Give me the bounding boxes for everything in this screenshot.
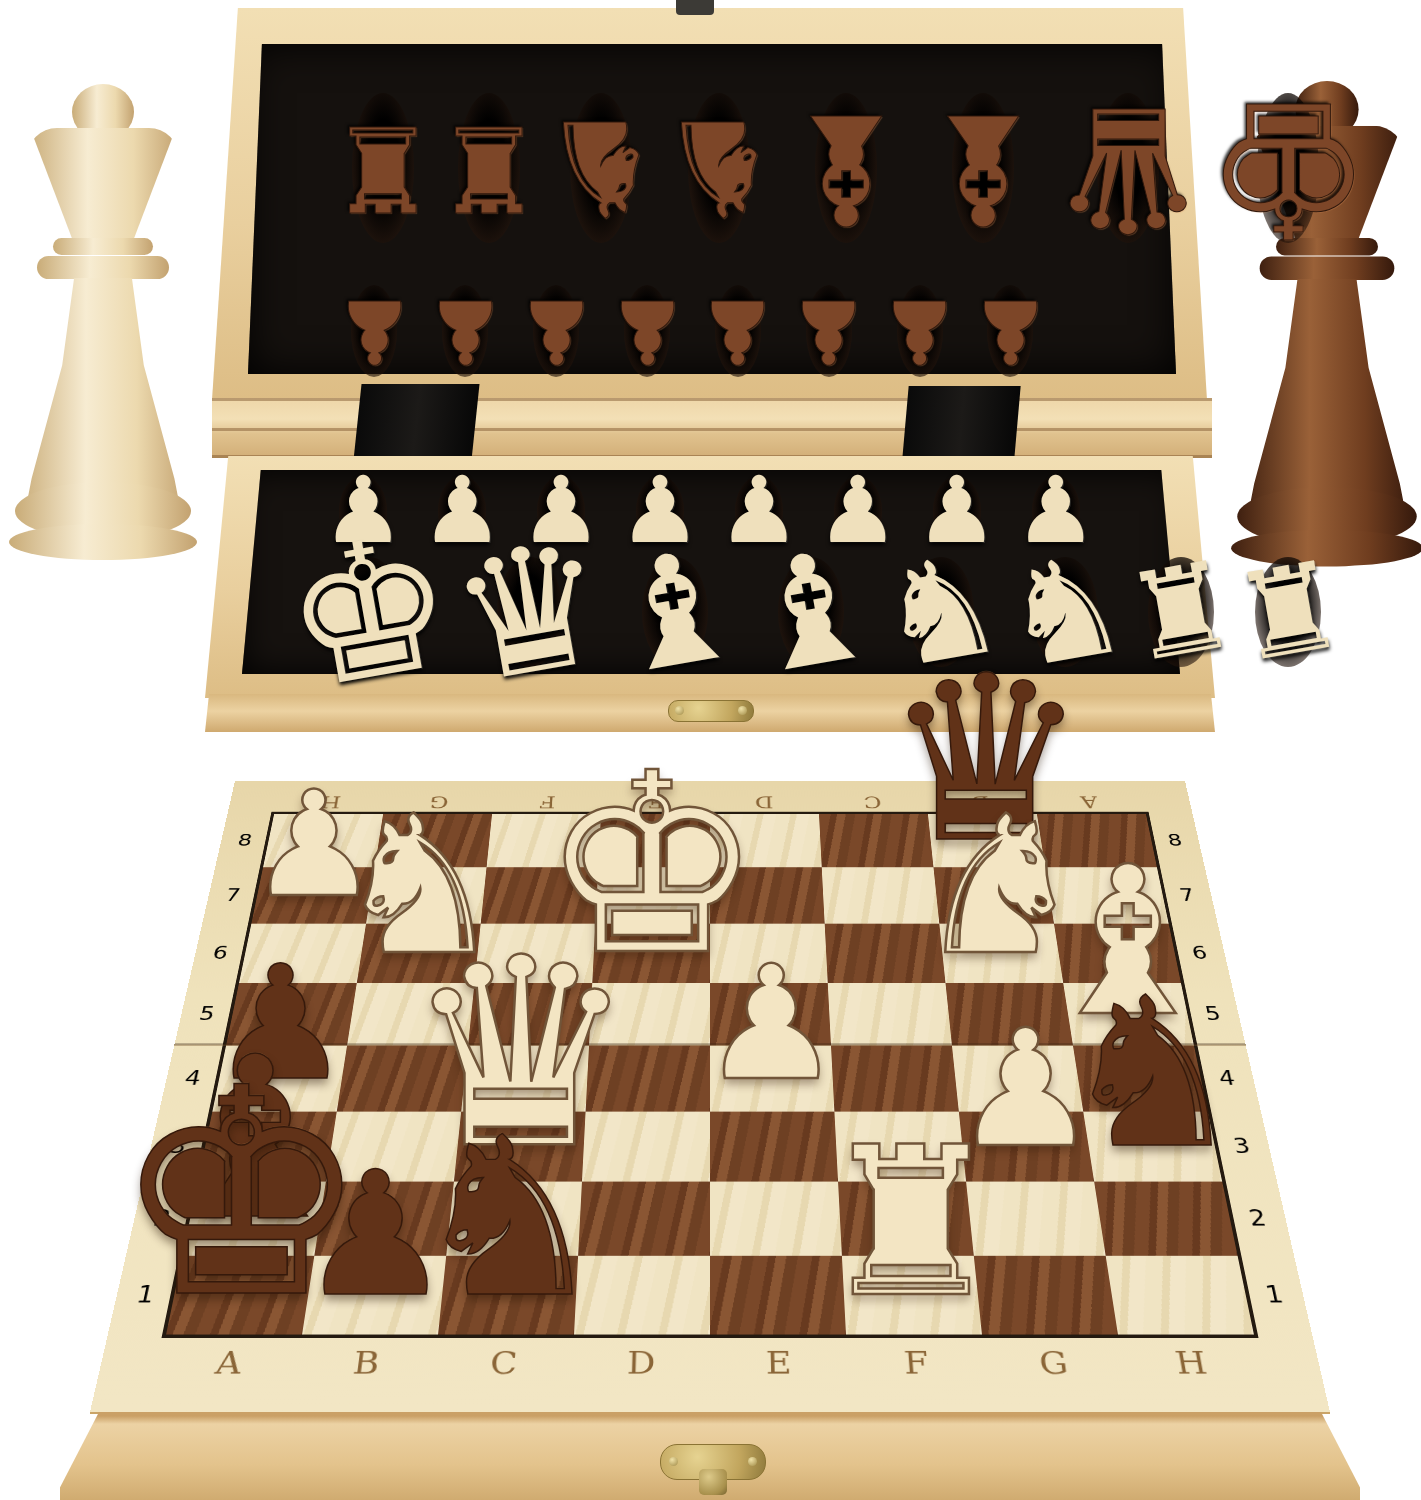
stored-pawn: ♟: [426, 287, 505, 375]
tray-slot-pawn: ♟: [335, 276, 414, 386]
tray-slot-pawn: ♟: [789, 276, 868, 386]
box-clasp-icon: [668, 700, 754, 722]
stored-knight: ♞: [660, 102, 778, 234]
stored-rook: ♜: [330, 109, 436, 227]
tray-slot-pawn: ♟: [608, 276, 687, 386]
tray-slot-bishop: ♝: [743, 548, 879, 676]
white-rook-f1[interactable]: ♜: [819, 1119, 1004, 1325]
tray-slot-king: ♚: [1205, 60, 1372, 275]
tray-slot-queen: ♛: [1051, 60, 1205, 275]
stored-knight: ♞: [542, 102, 660, 234]
stored-king: ♚: [1205, 75, 1372, 261]
tray-slot-bishop: ♝: [778, 60, 914, 275]
stored-bishop: ♝: [915, 92, 1051, 244]
stored-pawn: ♟: [335, 287, 414, 375]
tray-slot-bishop: ♝: [915, 60, 1051, 275]
tray-slot-pawn: ♟: [517, 276, 596, 386]
black-knight-c1[interactable]: ♞: [411, 1108, 608, 1328]
tray-slot-pawn: ♟: [880, 276, 959, 386]
lid-back-row-tray: ♜♜♞♞♝♝♛♚: [330, 60, 1050, 275]
queen-collar: [37, 256, 169, 279]
stored-pawn: ♟: [971, 287, 1050, 375]
tray-slot-rook: ♜: [330, 60, 436, 275]
queen-collar: [53, 238, 153, 255]
white-pawn-e4[interactable]: ♟: [701, 944, 843, 1102]
tray-slot-rook: ♜: [1127, 548, 1235, 676]
stored-pawn: ♟: [880, 287, 959, 375]
board-pieces-layer: ♛♟♞♚♞♝♟♟♛♟♞♝♚♟♞♜: [0, 732, 1421, 1500]
tray-slot-pawn: ♟: [426, 276, 505, 386]
black-knight-h3[interactable]: ♞: [1059, 970, 1245, 1177]
stored-pawn: ♟: [608, 287, 687, 375]
lid-front-row-tray: ♟♟♟♟♟♟♟♟: [335, 276, 1050, 386]
tray-slot-knight: ♞: [660, 60, 778, 275]
tray-slot-queen: ♛: [453, 548, 607, 676]
tray-slot-bishop: ♝: [607, 548, 743, 676]
stored-pawn: ♟: [517, 287, 596, 375]
stored-pawn: ♟: [789, 287, 868, 375]
stored-rook: ♜: [1225, 544, 1352, 681]
tray-slot-king: ♚: [286, 548, 453, 676]
queen-crown: [27, 128, 179, 240]
stored-pawn: ♟: [698, 287, 777, 375]
tray-slot-knight: ♞: [542, 60, 660, 275]
tray-slot-pawn: ♟: [971, 276, 1050, 386]
tray-slot-rook: ♜: [436, 60, 542, 275]
display-queen-light: [8, 82, 198, 572]
stored-bishop: ♝: [778, 92, 914, 244]
queen-body: [1240, 279, 1413, 501]
queen-body: [18, 278, 188, 496]
stored-queen: ♛: [1051, 82, 1205, 254]
queen-base-rim: [9, 524, 197, 560]
board-clasp-icon: [660, 1444, 766, 1480]
tray-slot-rook: ♜: [1235, 548, 1343, 676]
stored-rook: ♜: [436, 109, 542, 227]
clasp-knob-icon: [699, 1469, 727, 1495]
tray-slot-pawn: ♟: [698, 276, 777, 386]
product-photo-wooden-chess-set: { "game": "chess", "scene": "wooden fold…: [0, 0, 1421, 1500]
lid-catch-icon: [676, 0, 714, 15]
chessboard: ABCDEFGH ABCDEFGH 87654321 87654321 ♛♟♞♚…: [0, 732, 1421, 1500]
